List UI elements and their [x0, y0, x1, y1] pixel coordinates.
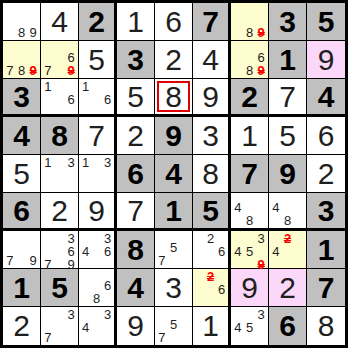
pencil-grid: 79: [4, 232, 39, 267]
pencil-mark: 8: [244, 214, 256, 227]
pencil-grid: 26: [194, 232, 227, 267]
solved-digit: 2: [51, 196, 68, 226]
pencil-grid: 3459: [232, 232, 267, 267]
pencil-grid: 48: [232, 194, 267, 227]
given-digit: 2: [241, 82, 258, 112]
solved-digit: 9: [241, 273, 258, 303]
given-digit: 8: [127, 235, 144, 265]
pencil-mark: 6: [216, 283, 227, 296]
cell-r1c1[interactable]: 89: [3, 3, 41, 41]
pencil-grid: 34: [80, 308, 113, 344]
pencil-grid: 13: [42, 156, 77, 191]
pencil-grid: 37: [42, 308, 77, 344]
cell-r1c4[interactable]: 1: [117, 3, 155, 41]
pencil-grid: 679: [42, 42, 77, 77]
cell-r9c8[interactable]: 6: [269, 307, 307, 345]
pencil-mark: 3: [65, 156, 77, 169]
pencil-mark: 7: [42, 64, 54, 77]
cell-r9c7[interactable]: 345: [231, 307, 269, 345]
pencil-mark: 5: [168, 241, 180, 254]
pencil-mark: 9: [27, 26, 39, 39]
cell-r8c6[interactable]: 26: [193, 269, 231, 307]
solved-digit: 9: [127, 311, 144, 341]
pencil-grid: 89: [232, 4, 267, 39]
pencil-grid: 68: [80, 270, 113, 305]
cell-r7c1[interactable]: 79: [3, 231, 41, 269]
cell-r2c4[interactable]: 3: [117, 41, 155, 79]
solved-digit: 6: [318, 121, 335, 151]
cell-r7c7[interactable]: 3459: [231, 231, 269, 269]
cell-r8c2[interactable]: 5: [41, 269, 79, 307]
cell-r9c3[interactable]: 34: [79, 307, 117, 345]
cell-r2c2[interactable]: 679: [41, 41, 79, 79]
solved-digit: 7: [88, 121, 105, 151]
pencil-mark: 7: [156, 254, 168, 267]
given-digit: 7: [318, 273, 335, 303]
cell-r8c9[interactable]: 7: [307, 269, 345, 307]
pencil-mark: 4: [80, 245, 91, 258]
solved-digit: 5: [279, 121, 296, 151]
pencil-mark: 4: [270, 201, 282, 214]
cell-r1c3[interactable]: 2: [79, 3, 117, 41]
cell-r3c5[interactable]: 8: [155, 79, 193, 117]
solved-digit: 5: [88, 45, 105, 75]
cell-r2c3[interactable]: 5: [79, 41, 117, 79]
pencil-grid: 57: [156, 308, 191, 344]
pencil-mark: 1: [80, 80, 91, 93]
cell-r4c3[interactable]: 7: [79, 117, 117, 155]
cell-r9c5[interactable]: 57: [155, 307, 193, 345]
cell-r5c4[interactable]: 6: [117, 155, 155, 193]
solved-digit: 2: [127, 121, 144, 151]
cell-r6c7[interactable]: 48: [231, 193, 269, 231]
solved-digit: 6: [165, 7, 182, 37]
pencil-grid: 57: [156, 232, 191, 267]
given-digit: 7: [202, 7, 219, 37]
cell-r4c2[interactable]: 8: [41, 117, 79, 155]
cell-r8c3[interactable]: 68: [79, 269, 117, 307]
solved-digit: 8: [165, 82, 182, 112]
cell-r1c5[interactable]: 6: [155, 3, 193, 41]
pencil-grid: 3679: [42, 232, 77, 267]
cell-r6c1[interactable]: 6: [3, 193, 41, 231]
cell-r5c8[interactable]: 9: [269, 155, 307, 193]
solved-digit: 2: [165, 45, 182, 75]
cell-r7c4[interactable]: 8: [117, 231, 155, 269]
cell-r1c7[interactable]: 89: [231, 3, 269, 41]
cell-r3c8[interactable]: 7: [269, 79, 307, 117]
given-digit: 6: [13, 196, 30, 226]
given-digit: 3: [318, 196, 335, 226]
pencil-mark: 6: [102, 245, 113, 258]
given-digit: 9: [279, 159, 296, 189]
pencil-grid: 24: [270, 232, 305, 267]
solved-digit: 3: [165, 273, 182, 303]
given-digit: 4: [318, 82, 335, 112]
given-digit: 9: [165, 121, 182, 151]
pencil-grid: 89: [4, 4, 39, 39]
given-digit: 7: [241, 159, 258, 189]
solved-digit: 2: [13, 311, 30, 341]
given-digit: 1: [279, 45, 296, 75]
cell-r1c2[interactable]: 4: [41, 3, 79, 41]
given-digit: 8: [51, 121, 68, 151]
cell-r6c3[interactable]: 9: [79, 193, 117, 231]
eliminated-pencil-mark: 9: [255, 26, 267, 39]
pencil-grid: 16: [80, 80, 113, 113]
pencil-mark: 6: [102, 279, 113, 292]
pencil-mark: 1: [80, 156, 91, 169]
pencil-mark: 6: [65, 93, 77, 106]
cell-r6c6[interactable]: 5: [193, 193, 231, 231]
given-digit: 6: [279, 311, 296, 341]
solved-digit: 1: [202, 311, 219, 341]
solved-digit: 2: [318, 159, 335, 189]
cell-r7c9[interactable]: 1: [307, 231, 345, 269]
cell-r1c9[interactable]: 5: [307, 3, 345, 41]
solved-digit: 3: [202, 121, 219, 151]
given-digit: 4: [165, 159, 182, 189]
pencil-grid: 689: [232, 42, 267, 77]
solved-digit: 2: [279, 273, 296, 303]
cell-r2c8[interactable]: 1: [269, 41, 307, 79]
pencil-mark: 4: [80, 321, 91, 334]
given-digit: 1: [13, 273, 30, 303]
solved-digit: 4: [202, 45, 219, 75]
solved-digit: 4: [51, 7, 68, 37]
cell-r3c1[interactable]: 3: [3, 79, 41, 117]
pencil-mark: 3: [65, 308, 77, 321]
pencil-grid: 16: [42, 80, 77, 113]
pencil-mark: 3: [255, 232, 267, 245]
cell-r4c9[interactable]: 6: [307, 117, 345, 155]
given-digit: 6: [127, 159, 144, 189]
solved-digit: 9: [202, 82, 219, 112]
pencil-mark: 4: [232, 201, 244, 214]
pencil-mark: 7: [4, 64, 16, 77]
cell-r4c1[interactable]: 4: [3, 117, 41, 155]
pencil-mark: 3: [102, 308, 113, 321]
pencil-mark: 7: [156, 331, 168, 344]
sudoku-board: 8942167893578967953246891931616589274487…: [0, 0, 348, 348]
cell-r3c9[interactable]: 4: [307, 79, 345, 117]
cell-r3c2[interactable]: 16: [41, 79, 79, 117]
pencil-grid: 13: [80, 156, 113, 191]
solved-digit: 7: [127, 196, 144, 226]
cell-r3c7[interactable]: 2: [231, 79, 269, 117]
given-digit: 1: [318, 235, 335, 265]
pencil-grid: 48: [270, 194, 305, 227]
pencil-mark: 8: [91, 292, 102, 305]
eliminated-pencil-mark: 9: [65, 64, 77, 77]
cell-r1c8[interactable]: 3: [269, 3, 307, 41]
cell-r2c6[interactable]: 4: [193, 41, 231, 79]
pencil-mark: 3: [102, 156, 113, 169]
pencil-mark: 4: [232, 245, 244, 258]
cell-r2c5[interactable]: 2: [155, 41, 193, 79]
pencil-mark: 8: [282, 214, 294, 227]
pencil-mark: 8: [16, 26, 28, 39]
cell-r5c7[interactable]: 7: [231, 155, 269, 193]
cell-r6c5[interactable]: 1: [155, 193, 193, 231]
pencil-mark: 1: [42, 156, 54, 169]
given-digit: 2: [88, 7, 105, 37]
pencil-mark: 9: [27, 254, 39, 267]
solved-digit: 9: [88, 196, 105, 226]
cell-r3c6[interactable]: 9: [193, 79, 231, 117]
cell-r2c9[interactable]: 9: [307, 41, 345, 79]
cell-r9c6[interactable]: 1: [193, 307, 231, 345]
given-digit: 4: [127, 273, 144, 303]
cell-r8c8[interactable]: 2: [269, 269, 307, 307]
solved-digit: 5: [13, 159, 30, 189]
cell-r4c5[interactable]: 9: [155, 117, 193, 155]
cell-r7c3[interactable]: 346: [79, 231, 117, 269]
cell-r1c6[interactable]: 7: [193, 3, 231, 41]
cell-r3c3[interactable]: 16: [79, 79, 117, 117]
cell-r8c4[interactable]: 4: [117, 269, 155, 307]
pencil-grid: 26: [194, 270, 227, 305]
cell-r7c2[interactable]: 3679: [41, 231, 79, 269]
pencil-mark: 5: [168, 318, 180, 331]
cell-r9c1[interactable]: 2: [3, 307, 41, 345]
solved-digit: 5: [127, 82, 144, 112]
cell-r5c1[interactable]: 5: [3, 155, 41, 193]
cell-r8c1[interactable]: 1: [3, 269, 41, 307]
cell-r9c2[interactable]: 37: [41, 307, 79, 345]
cell-r9c9[interactable]: 8: [307, 307, 345, 345]
cell-r3c4[interactable]: 5: [117, 79, 155, 117]
eliminated-pencil-mark: 2: [282, 232, 294, 245]
eliminated-pencil-mark: 9: [255, 64, 267, 77]
pencil-mark: 8: [244, 26, 256, 39]
solved-digit: 7: [279, 82, 296, 112]
cell-r7c5[interactable]: 57: [155, 231, 193, 269]
cell-r2c1[interactable]: 789: [3, 41, 41, 79]
pencil-mark: 7: [42, 331, 54, 344]
pencil-grid: 345: [232, 308, 267, 344]
cell-r5c2[interactable]: 13: [41, 155, 79, 193]
cell-r4c4[interactable]: 2: [117, 117, 155, 155]
solved-digit: 9: [318, 45, 335, 75]
given-digit: 3: [279, 7, 296, 37]
cell-r5c5[interactable]: 4: [155, 155, 193, 193]
pencil-mark: 6: [102, 93, 113, 106]
given-digit: 5: [318, 7, 335, 37]
cell-r4c6[interactable]: 3: [193, 117, 231, 155]
given-digit: 4: [13, 121, 30, 151]
cell-r7c8[interactable]: 24: [269, 231, 307, 269]
given-digit: 3: [127, 45, 144, 75]
pencil-mark: 8: [244, 64, 256, 77]
pencil-mark: 7: [4, 254, 16, 267]
given-digit: 1: [165, 196, 182, 226]
solved-digit: 8: [318, 311, 335, 341]
cell-r6c8[interactable]: 48: [269, 193, 307, 231]
pencil-mark: 5: [244, 245, 256, 258]
cell-r8c7[interactable]: 9: [231, 269, 269, 307]
cell-r4c8[interactable]: 5: [269, 117, 307, 155]
cell-r5c6[interactable]: 8: [193, 155, 231, 193]
cell-r6c4[interactable]: 7: [117, 193, 155, 231]
solved-digit: 8: [202, 159, 219, 189]
given-digit: 5: [51, 273, 68, 303]
cell-r5c9[interactable]: 2: [307, 155, 345, 193]
pencil-mark: 3: [255, 308, 267, 321]
eliminated-pencil-mark: 9: [27, 64, 39, 77]
pencil-mark: 5: [244, 321, 256, 334]
cell-r9c4[interactable]: 9: [117, 307, 155, 345]
pencil-mark: 6: [216, 245, 227, 258]
cell-r4c7[interactable]: 1: [231, 117, 269, 155]
pencil-mark: 4: [270, 245, 282, 258]
solved-digit: 1: [127, 7, 144, 37]
pencil-mark: 2: [205, 232, 216, 245]
solved-digit: 1: [241, 121, 258, 151]
pencil-grid: 346: [80, 232, 113, 267]
given-digit: 3: [13, 82, 30, 112]
pencil-mark: 4: [232, 321, 244, 334]
pencil-mark: 1: [42, 80, 54, 93]
pencil-grid: 789: [4, 42, 39, 77]
eliminated-pencil-mark: 2: [205, 270, 216, 283]
cell-r7c6[interactable]: 26: [193, 231, 231, 269]
cell-r6c9[interactable]: 3: [307, 193, 345, 231]
pencil-mark: 8: [16, 64, 28, 77]
given-digit: 5: [202, 196, 219, 226]
cell-r2c7[interactable]: 689: [231, 41, 269, 79]
cell-r6c2[interactable]: 2: [41, 193, 79, 231]
cell-r5c3[interactable]: 13: [79, 155, 117, 193]
cell-r8c5[interactable]: 3: [155, 269, 193, 307]
